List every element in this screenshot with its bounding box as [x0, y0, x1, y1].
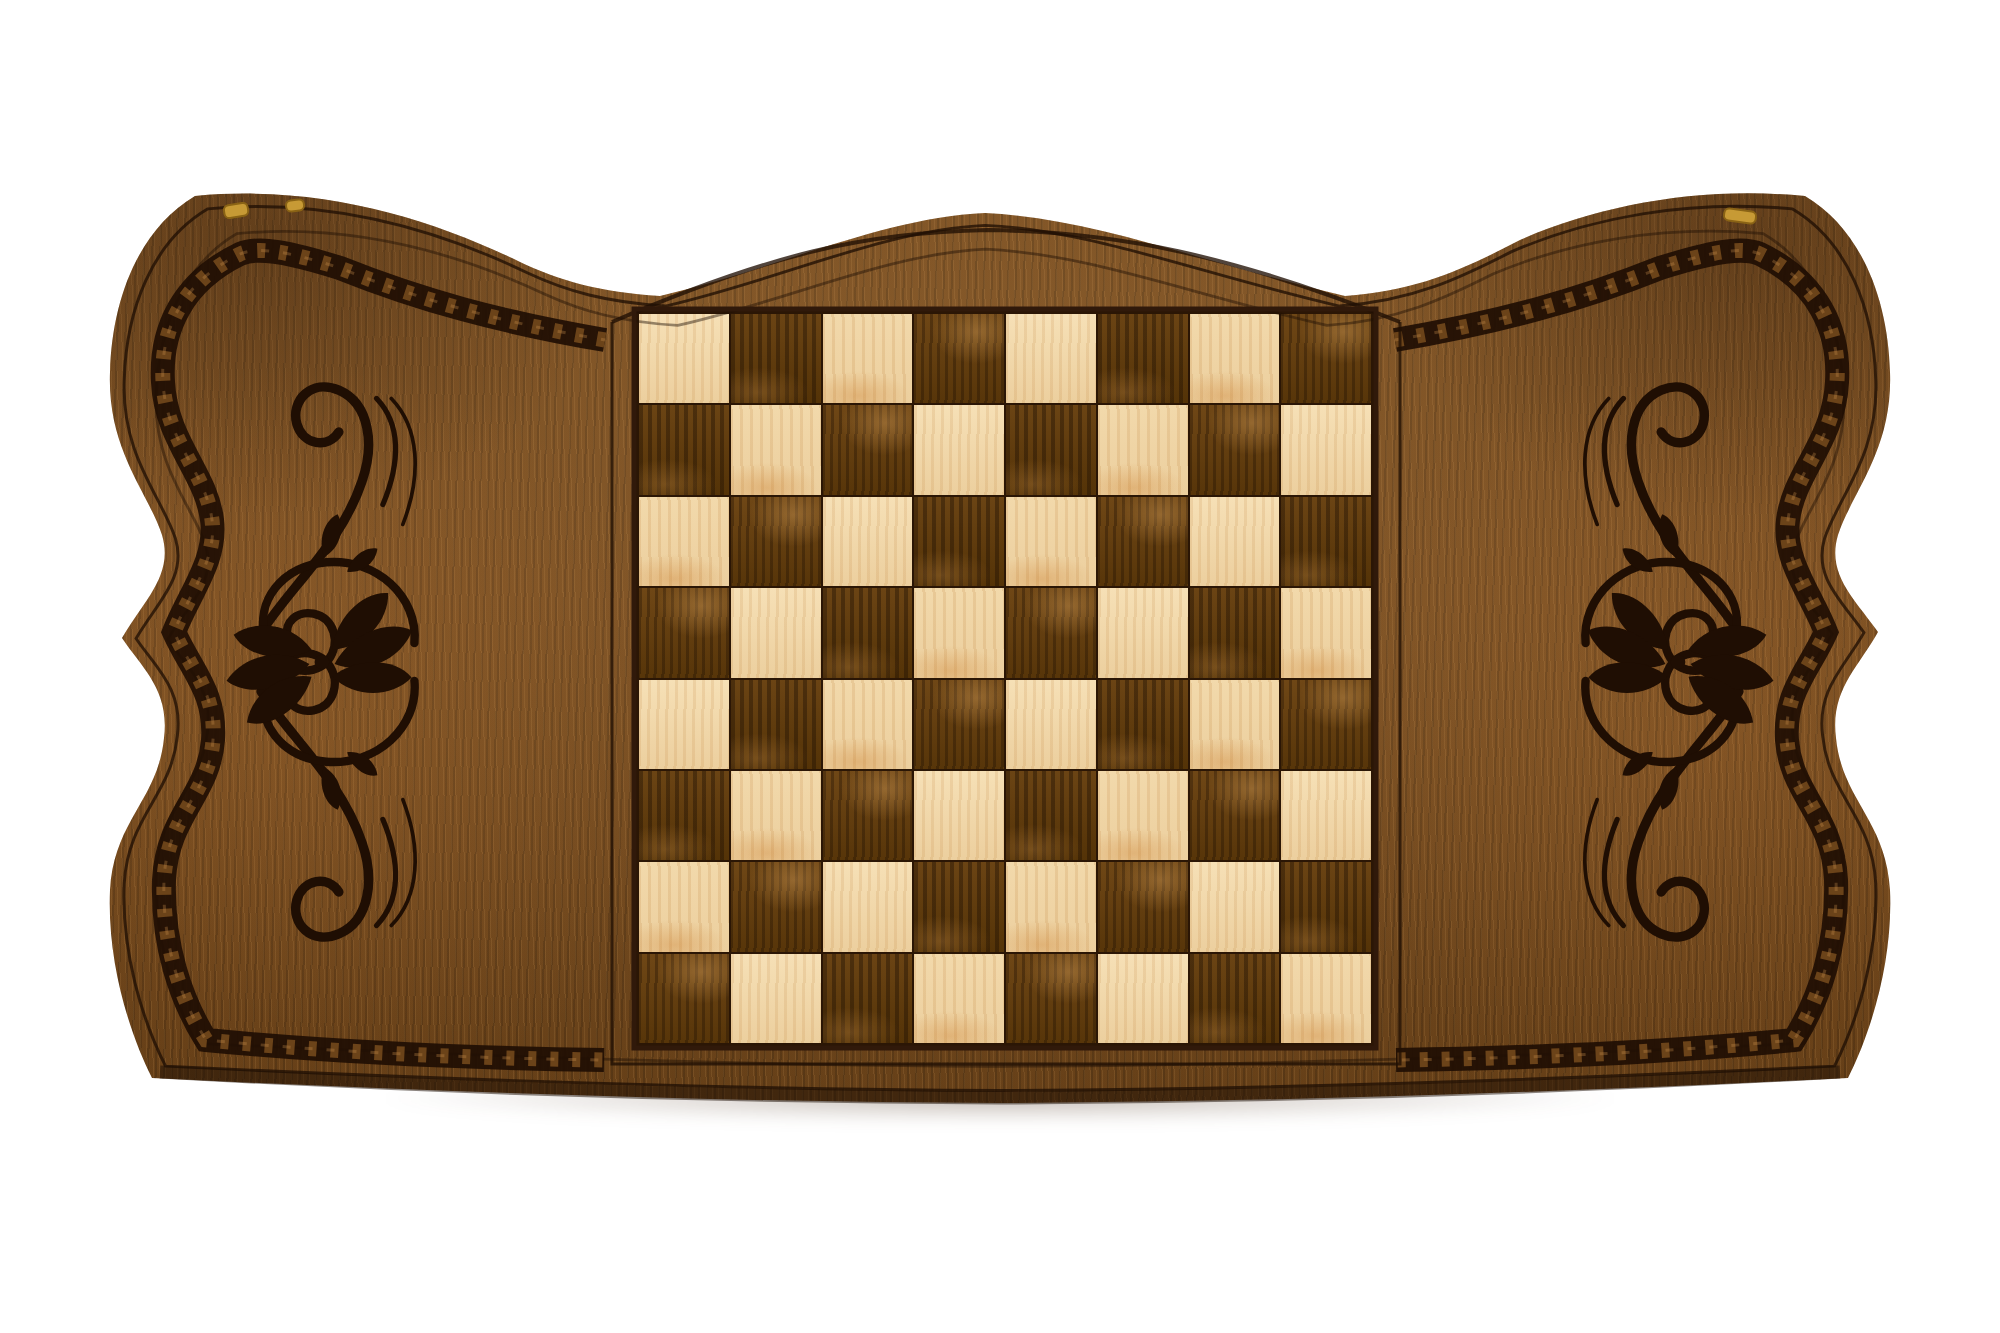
square-d5 [914, 588, 1004, 677]
square-a1 [639, 954, 729, 1043]
square-a7 [639, 405, 729, 494]
square-h1 [1281, 954, 1371, 1043]
square-a8 [639, 314, 729, 403]
square-a5 [639, 588, 729, 677]
square-g2 [1190, 862, 1280, 951]
square-f6 [1098, 497, 1188, 586]
square-g4 [1190, 680, 1280, 769]
square-c6 [823, 497, 913, 586]
square-d7 [914, 405, 1004, 494]
square-h7 [1281, 405, 1371, 494]
square-b2 [731, 862, 821, 951]
square-e5 [1006, 588, 1096, 677]
square-c5 [823, 588, 913, 677]
square-h5 [1281, 588, 1371, 677]
square-d3 [914, 771, 1004, 860]
square-d2 [914, 862, 1004, 951]
square-b8 [731, 314, 821, 403]
square-f8 [1098, 314, 1188, 403]
square-a4 [639, 680, 729, 769]
scene [0, 0, 2000, 1333]
square-c8 [823, 314, 913, 403]
square-d4 [914, 680, 1004, 769]
square-f7 [1098, 405, 1188, 494]
square-h4 [1281, 680, 1371, 769]
square-c2 [823, 862, 913, 951]
square-d6 [914, 497, 1004, 586]
square-f3 [1098, 771, 1188, 860]
square-f2 [1098, 862, 1188, 951]
square-b5 [731, 588, 821, 677]
square-e3 [1006, 771, 1096, 860]
square-f1 [1098, 954, 1188, 1043]
square-g6 [1190, 497, 1280, 586]
square-e8 [1006, 314, 1096, 403]
square-e2 [1006, 862, 1096, 951]
square-g8 [1190, 314, 1280, 403]
square-e6 [1006, 497, 1096, 586]
square-g1 [1190, 954, 1280, 1043]
square-f4 [1098, 680, 1188, 769]
square-g7 [1190, 405, 1280, 494]
square-g3 [1190, 771, 1280, 860]
square-h2 [1281, 862, 1371, 951]
square-c1 [823, 954, 913, 1043]
square-e4 [1006, 680, 1096, 769]
square-d8 [914, 314, 1004, 403]
square-h6 [1281, 497, 1371, 586]
square-c7 [823, 405, 913, 494]
square-a2 [639, 862, 729, 951]
square-e1 [1006, 954, 1096, 1043]
square-d1 [914, 954, 1004, 1043]
square-b3 [731, 771, 821, 860]
square-a6 [639, 497, 729, 586]
square-e7 [1006, 405, 1096, 494]
square-a3 [639, 771, 729, 860]
square-c4 [823, 680, 913, 769]
square-b6 [731, 497, 821, 586]
chessboard [636, 311, 1374, 1046]
square-b1 [731, 954, 821, 1043]
square-h3 [1281, 771, 1371, 860]
square-f5 [1098, 588, 1188, 677]
square-g5 [1190, 588, 1280, 677]
square-c3 [823, 771, 913, 860]
square-b4 [731, 680, 821, 769]
square-h8 [1281, 314, 1371, 403]
square-b7 [731, 405, 821, 494]
